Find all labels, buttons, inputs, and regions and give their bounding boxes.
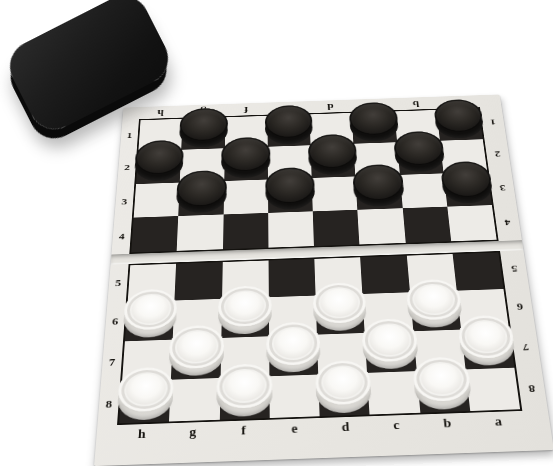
square-e4[interactable] bbox=[268, 211, 314, 247]
square-e1[interactable] bbox=[267, 114, 310, 147]
piece-white-d6[interactable] bbox=[312, 282, 367, 324]
square-c4[interactable] bbox=[358, 208, 406, 244]
square-c3[interactable] bbox=[356, 175, 403, 210]
file-label-bottom-e: e bbox=[269, 422, 320, 436]
square-c5[interactable] bbox=[360, 256, 409, 294]
square-d8[interactable] bbox=[318, 373, 370, 417]
square-a5[interactable] bbox=[452, 252, 503, 290]
square-b8[interactable] bbox=[416, 369, 470, 413]
square-f4[interactable] bbox=[223, 213, 269, 250]
checkers-board: hgfedcba1234123456785678hgfedcba bbox=[94, 95, 553, 466]
square-h8[interactable] bbox=[119, 379, 171, 423]
piece-black-c1[interactable] bbox=[349, 102, 399, 136]
piece-black-h2[interactable] bbox=[134, 140, 184, 176]
square-e7[interactable] bbox=[269, 334, 318, 376]
square-g5[interactable] bbox=[175, 262, 223, 301]
square-h4[interactable] bbox=[131, 216, 178, 253]
board-half-top bbox=[129, 107, 498, 254]
piece-black-f2[interactable] bbox=[221, 137, 270, 173]
rank-label-right-4: 4 bbox=[494, 205, 522, 241]
board-scene: hgfedcba1234123456785678hgfedcba bbox=[94, 95, 553, 466]
square-d6[interactable] bbox=[316, 294, 365, 334]
piece-white-f8[interactable] bbox=[217, 363, 273, 409]
piece-white-h8[interactable] bbox=[117, 366, 175, 412]
square-d2[interactable] bbox=[311, 144, 356, 178]
square-b4[interactable] bbox=[402, 206, 451, 242]
square-g3[interactable] bbox=[178, 181, 223, 216]
square-d4[interactable] bbox=[313, 210, 360, 246]
square-g1[interactable] bbox=[181, 117, 225, 150]
piece-white-g7[interactable] bbox=[169, 325, 224, 369]
file-label-bottom-b: b bbox=[421, 417, 473, 431]
file-label-bottom-h: h bbox=[116, 428, 168, 442]
piece-white-a7[interactable] bbox=[457, 315, 516, 359]
square-h6[interactable] bbox=[125, 301, 175, 341]
piece-white-b8[interactable] bbox=[412, 356, 471, 402]
piece-black-g3[interactable] bbox=[176, 170, 226, 207]
square-a7[interactable] bbox=[461, 328, 515, 370]
piece-white-c7[interactable] bbox=[361, 318, 418, 362]
square-c1[interactable] bbox=[352, 111, 397, 143]
piece-black-g1[interactable] bbox=[179, 108, 228, 142]
square-f2[interactable] bbox=[224, 147, 268, 181]
board-photo: hgfedcba1234123456785678hgfedcba bbox=[0, 0, 553, 466]
square-g4[interactable] bbox=[177, 214, 223, 251]
piece-black-e1[interactable] bbox=[265, 105, 313, 139]
piece-white-e7[interactable] bbox=[266, 322, 321, 366]
square-a8[interactable] bbox=[465, 367, 520, 411]
square-c7[interactable] bbox=[365, 331, 416, 373]
piece-black-a3[interactable] bbox=[440, 161, 494, 198]
board-half-bottom bbox=[117, 251, 522, 425]
file-label-bottom-g: g bbox=[167, 426, 218, 440]
square-b6[interactable] bbox=[410, 291, 461, 331]
piece-black-e3[interactable] bbox=[265, 167, 315, 204]
piece-black-b2[interactable] bbox=[393, 131, 445, 166]
square-h2[interactable] bbox=[136, 150, 181, 184]
rank-label-left-3: 3 bbox=[114, 184, 134, 219]
piece-black-d2[interactable] bbox=[308, 134, 358, 169]
square-e8[interactable] bbox=[269, 374, 319, 418]
file-label-bottom-d: d bbox=[320, 420, 371, 434]
square-a4[interactable] bbox=[447, 205, 497, 241]
square-e5[interactable] bbox=[268, 259, 315, 298]
file-label-bottom-a: a bbox=[472, 415, 524, 429]
file-label-bottom-c: c bbox=[371, 419, 423, 433]
rank-label-right-8: 8 bbox=[516, 367, 547, 411]
piece-black-c3[interactable] bbox=[352, 164, 404, 201]
square-e3[interactable] bbox=[268, 178, 313, 213]
square-a1[interactable] bbox=[436, 108, 483, 140]
rank-label-right-5: 5 bbox=[500, 250, 529, 288]
square-g7[interactable] bbox=[171, 338, 221, 380]
piece-white-f6[interactable] bbox=[218, 285, 271, 327]
square-f6[interactable] bbox=[221, 297, 269, 337]
square-a3[interactable] bbox=[443, 172, 492, 207]
piece-white-b6[interactable] bbox=[406, 279, 463, 321]
file-label-bottom-f: f bbox=[218, 424, 269, 438]
piece-white-d8[interactable] bbox=[315, 360, 372, 406]
piece-black-a1[interactable] bbox=[433, 99, 485, 133]
rank-label-left-4: 4 bbox=[111, 218, 131, 254]
square-b2[interactable] bbox=[397, 141, 444, 175]
piece-white-h6[interactable] bbox=[123, 289, 178, 331]
square-f8[interactable] bbox=[219, 376, 269, 420]
